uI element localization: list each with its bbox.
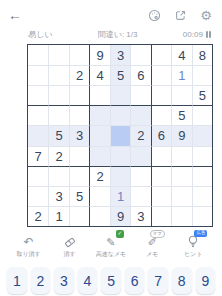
numpad-button-2[interactable]: 2 <box>31 267 51 294</box>
sudoku-cell-r9c8[interactable] <box>171 206 191 226</box>
notes-button[interactable]: ✐ オフ メモ <box>137 234 167 259</box>
sudoku-cell-r1c3[interactable] <box>69 45 89 65</box>
sudoku-cell-r2c4[interactable]: 4 <box>89 65 109 85</box>
sudoku-cell-r4c7[interactable] <box>151 105 171 125</box>
sudoku-cell-r7c3[interactable] <box>69 166 89 186</box>
numpad-button-7[interactable]: 7 <box>148 267 168 294</box>
numpad-button-3[interactable]: 3 <box>54 267 74 294</box>
sudoku-cell-r5c3[interactable]: 3 <box>69 125 89 145</box>
erase-button[interactable]: 消す <box>55 234 85 259</box>
sudoku-cell-r3c5[interactable] <box>110 85 130 105</box>
sudoku-cell-r8c2[interactable]: 3 <box>48 186 68 206</box>
sudoku-cell-r9c6[interactable]: 3 <box>130 206 150 226</box>
sudoku-cell-r3c9[interactable]: 5 <box>192 85 212 105</box>
sudoku-cell-r6c8[interactable] <box>171 146 191 166</box>
sudoku-cell-r5c4[interactable] <box>89 125 109 145</box>
sudoku-cell-r1c7[interactable] <box>151 45 171 65</box>
sudoku-cell-r9c3[interactable] <box>69 206 89 226</box>
numpad-button-5[interactable]: 5 <box>101 267 121 294</box>
sudoku-cell-r2c6[interactable]: 6 <box>130 65 150 85</box>
sudoku-cell-r3c3[interactable] <box>69 85 89 105</box>
sudoku-cell-r1c6[interactable] <box>130 45 150 65</box>
sudoku-cell-r7c8[interactable] <box>171 166 191 186</box>
sudoku-cell-r5c9[interactable] <box>192 125 212 145</box>
sudoku-cell-r5c2[interactable]: 5 <box>48 125 68 145</box>
sudoku-cell-r4c1[interactable] <box>28 105 48 125</box>
sudoku-cell-r9c2[interactable]: 1 <box>48 206 68 226</box>
sudoku-cell-r6c9[interactable] <box>192 146 212 166</box>
difficulty-label: 易しい <box>28 29 52 40</box>
sudoku-cell-r6c6[interactable] <box>130 146 150 166</box>
numpad-button-4[interactable]: 4 <box>78 267 98 294</box>
eraser-icon <box>63 234 76 248</box>
sudoku-cell-r5c5[interactable] <box>110 125 130 145</box>
sudoku-cell-r8c1[interactable] <box>28 186 48 206</box>
palette-icon[interactable] <box>148 9 161 22</box>
sudoku-cell-r1c4[interactable]: 9 <box>89 45 109 65</box>
top-icon-group: ⚙ <box>148 9 212 22</box>
sudoku-cell-r7c4[interactable]: 2 <box>89 166 109 186</box>
sudoku-cell-r4c5[interactable] <box>110 105 130 125</box>
numpad-button-6[interactable]: 6 <box>125 267 145 294</box>
sudoku-cell-r4c8[interactable]: 5 <box>171 105 191 125</box>
sudoku-cell-r8c4[interactable] <box>89 186 109 206</box>
sudoku-cell-r8c7[interactable] <box>151 186 171 206</box>
sudoku-cell-r7c2[interactable] <box>48 166 68 186</box>
sudoku-cell-r3c4[interactable] <box>89 85 109 105</box>
erase-label: 消す <box>64 250 76 259</box>
sudoku-cell-r2c5[interactable]: 5 <box>110 65 130 85</box>
lightbulb-icon: 広告 <box>187 234 199 248</box>
sudoku-cell-r4c3[interactable] <box>69 105 89 125</box>
undo-label: 取り消す <box>16 250 40 259</box>
numpad-button-1[interactable]: 1 <box>7 267 27 294</box>
sudoku-cell-r4c9[interactable] <box>192 105 212 125</box>
sudoku-cell-r9c7[interactable] <box>151 206 171 226</box>
sudoku-cell-r6c3[interactable] <box>69 146 89 166</box>
sudoku-cell-r2c3[interactable]: 2 <box>69 65 89 85</box>
sudoku-cell-r9c4[interactable] <box>89 206 109 226</box>
top-bar: ← ⚙ <box>0 0 222 24</box>
sudoku-cell-r1c2[interactable] <box>48 45 68 65</box>
sudoku-cell-r5c8[interactable]: 9 <box>171 125 191 145</box>
notes-label: メモ <box>146 250 158 259</box>
sudoku-cell-r6c4[interactable] <box>89 146 109 166</box>
sudoku-app-screen: { "game": "sudoku", "position": "0009300… <box>0 0 222 296</box>
settings-gear-icon[interactable]: ⚙ <box>200 9 212 22</box>
sudoku-cell-r5c6[interactable]: 2 <box>130 125 150 145</box>
sudoku-cell-r4c6[interactable] <box>130 105 150 125</box>
sudoku-cell-r7c7[interactable] <box>151 166 171 186</box>
undo-icon: ↶ <box>24 234 34 248</box>
pause-icon[interactable] <box>206 31 211 38</box>
timer-group: 00:09 <box>183 30 211 39</box>
sudoku-cell-r6c2[interactable]: 2 <box>48 146 68 166</box>
back-button[interactable]: ← <box>8 8 22 22</box>
sudoku-cell-r8c3[interactable]: 5 <box>69 186 89 206</box>
sudoku-cell-r1c9[interactable]: 8 <box>192 45 212 65</box>
sudoku-cell-r9c1[interactable]: 2 <box>28 206 48 226</box>
sudoku-cell-r2c7[interactable] <box>151 65 171 85</box>
hint-label: ヒント <box>184 250 202 259</box>
sudoku-cell-r6c7[interactable] <box>151 146 171 166</box>
sudoku-cell-r2c9[interactable] <box>192 65 212 85</box>
sudoku-cell-r7c5[interactable] <box>110 166 130 186</box>
sudoku-cell-r6c1[interactable]: 7 <box>28 146 48 166</box>
sudoku-cell-r3c1[interactable] <box>28 85 48 105</box>
share-icon[interactable] <box>174 9 187 22</box>
sudoku-cell-r3c2[interactable] <box>48 85 68 105</box>
fast-notes-button[interactable]: ✎ ✓ 高速なメモ <box>96 234 126 259</box>
numpad-button-8[interactable]: 8 <box>172 267 192 294</box>
pen-icon: ✐ オフ <box>148 234 157 248</box>
sudoku-cell-r3c7[interactable] <box>151 85 171 105</box>
undo-button[interactable]: ↶ 取り消す <box>14 234 44 259</box>
sudoku-cell-r7c1[interactable] <box>28 166 48 186</box>
sudoku-board: 93482456155532697223512193 <box>27 44 213 227</box>
notes-off-badge: オフ <box>150 230 165 238</box>
sudoku-cell-r2c8[interactable]: 1 <box>171 65 191 85</box>
mistakes-label: 間違い: 1/3 <box>98 29 138 40</box>
sudoku-cell-r8c5[interactable]: 1 <box>110 186 130 206</box>
sudoku-cell-r6c5[interactable] <box>110 146 130 166</box>
sudoku-cell-r8c9[interactable] <box>192 186 212 206</box>
sudoku-cell-r7c9[interactable] <box>192 166 212 186</box>
sudoku-cell-r2c2[interactable] <box>48 65 68 85</box>
sudoku-cell-r3c6[interactable] <box>130 85 150 105</box>
sudoku-cell-r4c2[interactable] <box>48 105 68 125</box>
hint-button[interactable]: 広告 ヒント <box>178 234 208 259</box>
sudoku-cell-r9c9[interactable] <box>192 206 212 226</box>
sudoku-cell-r1c1[interactable] <box>28 45 48 65</box>
sudoku-cell-r1c8[interactable]: 4 <box>171 45 191 65</box>
sudoku-cell-r3c8[interactable] <box>171 85 191 105</box>
hint-ad-badge: 広告 <box>194 230 207 237</box>
sudoku-cell-r5c7[interactable]: 6 <box>151 125 171 145</box>
timer-label: 00:09 <box>183 30 203 39</box>
sudoku-cell-r5c1[interactable] <box>28 125 48 145</box>
sudoku-cell-r7c6[interactable] <box>130 166 150 186</box>
fast-notes-on-badge: ✓ <box>116 230 124 238</box>
sudoku-cell-r9c5[interactable]: 9 <box>110 206 130 226</box>
fast-notes-label: 高速なメモ <box>96 250 126 259</box>
sudoku-cell-r1c5[interactable]: 3 <box>110 45 130 65</box>
pencil-icon: ✎ ✓ <box>106 234 115 248</box>
sudoku-cell-r8c8[interactable] <box>171 186 191 206</box>
sudoku-cell-r8c6[interactable] <box>130 186 150 206</box>
toolbar: ↶ 取り消す 消す ✎ ✓ 高速なメモ ✐ オフ メモ 広告 <box>8 234 214 259</box>
sudoku-cell-r4c4[interactable] <box>89 105 109 125</box>
number-pad: 123456789 <box>7 267 215 294</box>
numpad-button-9[interactable]: 9 <box>196 267 216 294</box>
status-bar: 易しい 間違い: 1/3 00:09 <box>28 29 211 40</box>
sudoku-cell-r2c1[interactable] <box>28 65 48 85</box>
